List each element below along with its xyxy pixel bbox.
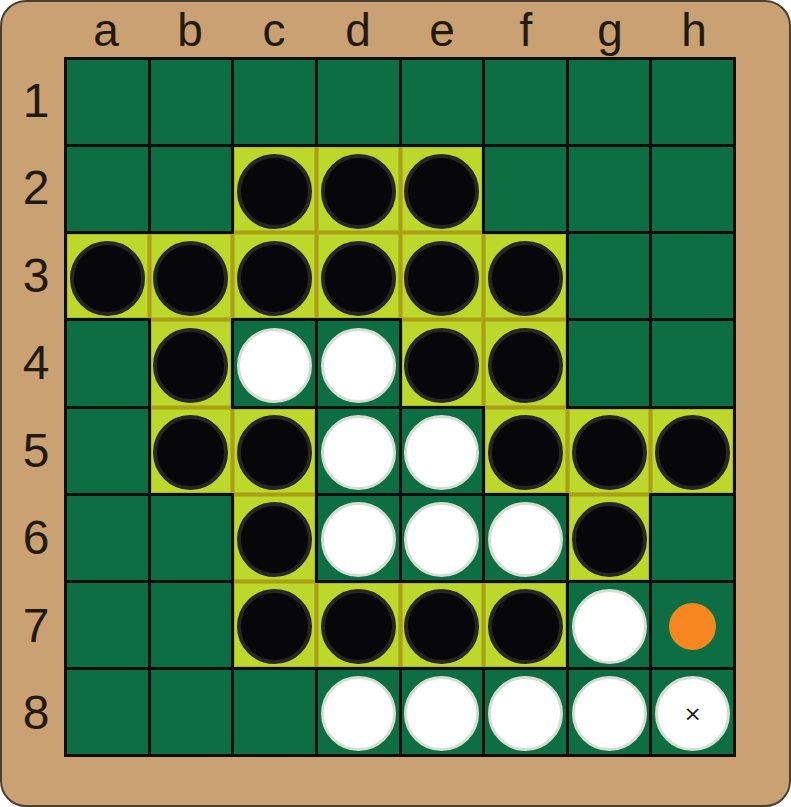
- black-disc: [404, 154, 479, 229]
- black-disc: [404, 241, 479, 316]
- square-b1[interactable]: [151, 60, 232, 144]
- square-f7[interactable]: [485, 583, 566, 667]
- black-disc: [655, 415, 730, 490]
- black-disc: [237, 589, 312, 664]
- highlight-divider-line: [318, 231, 399, 234]
- square-d2[interactable]: [318, 147, 399, 231]
- highlight-divider-line: [234, 580, 315, 583]
- row-label-3: 3: [2, 232, 64, 320]
- highlight-divider-line: [566, 409, 569, 493]
- square-g6[interactable]: [569, 496, 650, 580]
- square-f3[interactable]: [485, 234, 566, 318]
- square-h2[interactable]: [652, 147, 733, 231]
- highlight-divider-line: [402, 318, 483, 321]
- square-c7[interactable]: [234, 583, 315, 667]
- column-labels: abcdefgh: [64, 4, 736, 56]
- black-disc: [70, 241, 145, 316]
- highlight-divider-line: [569, 493, 650, 496]
- row-label-5: 5: [2, 407, 64, 495]
- square-d8[interactable]: [318, 670, 399, 754]
- white-disc: [404, 415, 479, 490]
- white-disc: [488, 502, 563, 577]
- black-disc: [572, 502, 647, 577]
- highlight-divider-line: [234, 493, 315, 496]
- column-label-d: d: [316, 4, 400, 56]
- highlight-divider-line: [231, 234, 234, 318]
- square-e4[interactable]: [402, 321, 483, 405]
- highlight-divider-line: [402, 231, 483, 234]
- white-disc: ×: [655, 676, 730, 751]
- white-disc: [404, 676, 479, 751]
- square-e7[interactable]: [402, 583, 483, 667]
- square-b5[interactable]: [151, 409, 232, 493]
- square-b4[interactable]: [151, 321, 232, 405]
- square-g7[interactable]: [569, 583, 650, 667]
- square-b7[interactable]: [151, 583, 232, 667]
- highlight-divider-line: [482, 583, 485, 667]
- square-h5[interactable]: [652, 409, 733, 493]
- highlight-divider-line: [482, 321, 485, 405]
- square-c6[interactable]: [234, 496, 315, 580]
- square-h1[interactable]: [652, 60, 733, 144]
- square-a3[interactable]: [67, 234, 148, 318]
- highlight-divider-line: [399, 583, 402, 667]
- black-disc: [237, 502, 312, 577]
- square-e6[interactable]: [402, 496, 483, 580]
- white-disc: [488, 676, 563, 751]
- square-e2[interactable]: [402, 147, 483, 231]
- column-label-e: e: [400, 4, 484, 56]
- square-e3[interactable]: [402, 234, 483, 318]
- black-disc: [237, 241, 312, 316]
- row-label-6: 6: [2, 495, 64, 583]
- square-b3[interactable]: [151, 234, 232, 318]
- square-c5[interactable]: [234, 409, 315, 493]
- black-disc: [237, 415, 312, 490]
- square-h7[interactable]: [652, 583, 733, 667]
- square-c2[interactable]: [234, 147, 315, 231]
- highlight-divider-line: [649, 409, 652, 493]
- square-f6[interactable]: [485, 496, 566, 580]
- othello-board: ×: [64, 57, 736, 757]
- highlight-divider-line: [231, 409, 234, 493]
- square-a2[interactable]: [67, 147, 148, 231]
- square-d3[interactable]: [318, 234, 399, 318]
- black-disc: [321, 589, 396, 664]
- column-label-b: b: [148, 4, 232, 56]
- white-disc: [237, 328, 312, 403]
- black-disc: [153, 328, 228, 403]
- square-g4[interactable]: [569, 321, 650, 405]
- row-label-2: 2: [2, 145, 64, 233]
- square-f1[interactable]: [485, 60, 566, 144]
- square-d5[interactable]: [318, 409, 399, 493]
- black-disc: [153, 415, 228, 490]
- highlight-divider-line: [482, 234, 485, 318]
- highlight-divider-line: [485, 406, 566, 409]
- square-g8[interactable]: [569, 670, 650, 754]
- black-disc: [321, 241, 396, 316]
- square-a6[interactable]: [67, 496, 148, 580]
- square-d7[interactable]: [318, 583, 399, 667]
- square-e8[interactable]: [402, 670, 483, 754]
- row-label-7: 7: [2, 582, 64, 670]
- white-disc: [321, 676, 396, 751]
- white-disc: [321, 502, 396, 577]
- highlight-divider-line: [399, 147, 402, 231]
- square-b6[interactable]: [151, 496, 232, 580]
- square-g5[interactable]: [569, 409, 650, 493]
- black-disc: [488, 589, 563, 664]
- white-disc: [321, 415, 396, 490]
- highlight-divider-line: [485, 318, 566, 321]
- orange-move-marker-disc: [669, 603, 716, 650]
- white-disc: [572, 676, 647, 751]
- square-e1[interactable]: [402, 60, 483, 144]
- black-disc: [404, 328, 479, 403]
- row-labels: 12345678: [2, 57, 64, 757]
- black-disc: [488, 415, 563, 490]
- square-c4[interactable]: [234, 321, 315, 405]
- square-f2[interactable]: [485, 147, 566, 231]
- black-disc: [488, 328, 563, 403]
- black-disc: [237, 154, 312, 229]
- highlight-divider-line: [315, 147, 318, 231]
- board-frame: abcdefgh 12345678 ×: [0, 0, 791, 807]
- black-disc: [321, 154, 396, 229]
- column-label-f: f: [484, 4, 568, 56]
- black-disc: [404, 589, 479, 664]
- square-c8[interactable]: [234, 670, 315, 754]
- square-a5[interactable]: [67, 409, 148, 493]
- square-h8[interactable]: ×: [652, 670, 733, 754]
- highlight-divider-line: [151, 318, 232, 321]
- highlight-divider-line: [151, 406, 232, 409]
- square-h3[interactable]: [652, 234, 733, 318]
- square-f4[interactable]: [485, 321, 566, 405]
- highlight-divider-line: [399, 234, 402, 318]
- square-f5[interactable]: [485, 409, 566, 493]
- square-d1[interactable]: [318, 60, 399, 144]
- square-c3[interactable]: [234, 234, 315, 318]
- black-disc: [153, 241, 228, 316]
- square-a4[interactable]: [67, 321, 148, 405]
- square-f8[interactable]: [485, 670, 566, 754]
- square-g2[interactable]: [569, 147, 650, 231]
- square-b8[interactable]: [151, 670, 232, 754]
- square-g3[interactable]: [569, 234, 650, 318]
- column-label-a: a: [64, 4, 148, 56]
- highlight-divider-line: [315, 583, 318, 667]
- column-label-h: h: [652, 4, 736, 56]
- row-label-4: 4: [2, 320, 64, 408]
- white-disc: [404, 502, 479, 577]
- row-label-8: 8: [2, 670, 64, 758]
- highlight-divider-line: [234, 231, 315, 234]
- black-disc: [572, 415, 647, 490]
- white-disc: [572, 589, 647, 664]
- square-d6[interactable]: [318, 496, 399, 580]
- square-a8[interactable]: [67, 670, 148, 754]
- column-label-g: g: [568, 4, 652, 56]
- square-a1[interactable]: [67, 60, 148, 144]
- square-b2[interactable]: [151, 147, 232, 231]
- column-label-c: c: [232, 4, 316, 56]
- square-d4[interactable]: [318, 321, 399, 405]
- black-disc: [488, 241, 563, 316]
- square-e5[interactable]: [402, 409, 483, 493]
- row-label-1: 1: [2, 57, 64, 145]
- square-g1[interactable]: [569, 60, 650, 144]
- white-disc: [321, 328, 396, 403]
- last-move-x-mark: ×: [683, 703, 701, 725]
- square-h6[interactable]: [652, 496, 733, 580]
- highlight-divider-line: [315, 234, 318, 318]
- highlight-divider-line: [148, 234, 151, 318]
- square-c1[interactable]: [234, 60, 315, 144]
- square-h4[interactable]: [652, 321, 733, 405]
- square-a7[interactable]: [67, 583, 148, 667]
